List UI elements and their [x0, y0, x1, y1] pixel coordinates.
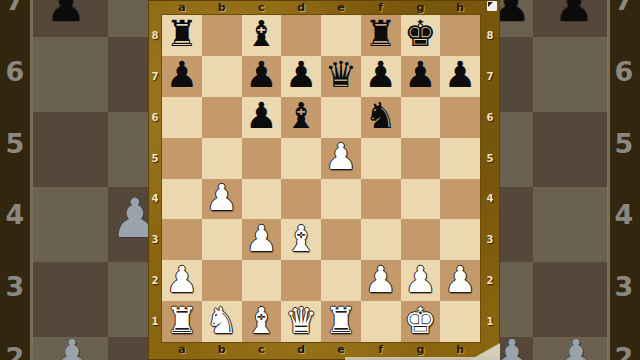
square-c8[interactable]: ♝	[242, 15, 282, 56]
square-b3[interactable]	[202, 219, 242, 260]
rank-labels-left: 87654321	[148, 15, 162, 342]
video-frame: 776655443322♟♟♟♟♟♟♟ abcdefgh abcdefgh 87…	[0, 0, 640, 360]
black-pawn-c6[interactable]: ♟	[245, 98, 277, 134]
square-h7[interactable]: ♟	[440, 56, 480, 97]
square-d2[interactable]	[281, 260, 321, 301]
square-d5[interactable]	[281, 138, 321, 179]
square-a1[interactable]: ♜	[162, 301, 202, 342]
bg-gray-pawn-bottom-left-icon: ♟	[52, 334, 91, 360]
square-c1[interactable]: ♝	[242, 301, 282, 342]
background-rank-right-7: 7	[615, 0, 634, 16]
square-e4[interactable]	[321, 179, 361, 220]
file-label-bottom-f: f	[361, 342, 401, 358]
black-king-g8[interactable]: ♚	[404, 16, 436, 52]
file-label-top-d: d	[281, 0, 321, 15]
square-g8[interactable]: ♚	[401, 15, 441, 56]
square-h6[interactable]	[440, 97, 480, 138]
white-queen-d1[interactable]: ♛	[285, 303, 317, 339]
black-rook-f8[interactable]: ♜	[364, 16, 396, 52]
rank-label-right-8: 8	[480, 15, 500, 56]
file-label-bottom-g: g	[401, 342, 441, 358]
square-f1[interactable]	[361, 301, 401, 342]
rank-label-right-3: 3	[480, 219, 500, 260]
square-g1[interactable]: ♚	[401, 301, 441, 342]
file-label-bottom-d: d	[281, 342, 321, 358]
square-c4[interactable]	[242, 179, 282, 220]
square-b6[interactable]	[202, 97, 242, 138]
background-rank-right-5: 5	[615, 128, 634, 159]
square-a3[interactable]	[162, 219, 202, 260]
background-left-border	[0, 0, 30, 360]
white-pawn-h2[interactable]: ♟	[444, 262, 476, 298]
white-king-g1[interactable]: ♚	[404, 303, 436, 339]
background-square	[33, 187, 108, 262]
square-c3[interactable]: ♟	[242, 219, 282, 260]
white-knight-b1[interactable]: ♞	[205, 303, 237, 339]
black-queen-e7[interactable]: ♛	[325, 57, 357, 93]
background-square	[533, 37, 608, 112]
rank-label-right-4: 4	[480, 179, 500, 220]
file-label-top-b: b	[202, 0, 242, 15]
square-b4[interactable]: ♟	[202, 179, 242, 220]
file-label-top-h: h	[440, 0, 480, 15]
square-g6[interactable]	[401, 97, 441, 138]
rank-labels-right: 87654321	[480, 15, 500, 342]
resize-corner-icon[interactable]	[487, 1, 497, 11]
black-bishop-d6[interactable]: ♝	[285, 98, 317, 134]
rank-label-left-2: 2	[148, 260, 162, 301]
square-c6[interactable]: ♟	[242, 97, 282, 138]
square-h1[interactable]	[440, 301, 480, 342]
square-a4[interactable]	[162, 179, 202, 220]
square-b5[interactable]	[202, 138, 242, 179]
square-d6[interactable]: ♝	[281, 97, 321, 138]
background-rank-left-5: 5	[6, 128, 25, 159]
background-square	[33, 37, 108, 112]
square-g4[interactable]	[401, 179, 441, 220]
file-label-bottom-b: b	[202, 342, 242, 358]
white-pawn-g2[interactable]: ♟	[404, 262, 436, 298]
white-pawn-f2[interactable]: ♟	[364, 262, 396, 298]
file-label-bottom-a: a	[162, 342, 202, 358]
square-c5[interactable]	[242, 138, 282, 179]
square-e8[interactable]	[321, 15, 361, 56]
square-d1[interactable]: ♛	[281, 301, 321, 342]
background-square	[533, 112, 608, 187]
black-pawn-g7[interactable]: ♟	[404, 57, 436, 93]
bg-gray-pawn-bottom-right-2-icon: ♟	[556, 334, 595, 360]
rank-label-right-5: 5	[480, 138, 500, 179]
square-h3[interactable]	[440, 219, 480, 260]
rank-label-left-3: 3	[148, 219, 162, 260]
rank-label-left-6: 6	[148, 97, 162, 138]
square-g3[interactable]	[401, 219, 441, 260]
square-c7[interactable]: ♟	[242, 56, 282, 97]
black-pawn-c7[interactable]: ♟	[245, 57, 277, 93]
background-board-edge-right	[607, 0, 610, 360]
square-a2[interactable]: ♟	[162, 260, 202, 301]
black-bishop-c8[interactable]: ♝	[245, 16, 277, 52]
rank-label-left-1: 1	[148, 301, 162, 342]
black-rook-a8[interactable]: ♜	[166, 16, 198, 52]
black-pawn-h7[interactable]: ♟	[444, 57, 476, 93]
black-pawn-d7[interactable]: ♟	[285, 57, 317, 93]
white-bishop-c1[interactable]: ♝	[245, 303, 277, 339]
background-rank-left-3: 3	[6, 271, 25, 302]
rank-label-right-6: 6	[480, 97, 500, 138]
background-rank-right-6: 6	[615, 56, 634, 87]
background-square	[533, 262, 608, 337]
rank-label-right-2: 2	[480, 260, 500, 301]
square-e1[interactable]: ♜	[321, 301, 361, 342]
square-a7[interactable]: ♟	[162, 56, 202, 97]
square-d8[interactable]	[281, 15, 321, 56]
square-h8[interactable]	[440, 15, 480, 56]
rank-label-left-8: 8	[148, 15, 162, 56]
background-square	[533, 187, 608, 262]
white-pawn-b4[interactable]: ♟	[205, 180, 237, 216]
white-pawn-a2[interactable]: ♟	[166, 262, 198, 298]
square-g5[interactable]	[401, 138, 441, 179]
square-h4[interactable]	[440, 179, 480, 220]
white-bishop-d3[interactable]: ♝	[285, 221, 317, 257]
background-rank-left-2: 2	[6, 342, 25, 360]
background-board-edge-left	[30, 0, 33, 360]
square-g7[interactable]: ♟	[401, 56, 441, 97]
rank-label-left-5: 5	[148, 138, 162, 179]
rank-label-left-7: 7	[148, 56, 162, 97]
black-pawn-a7[interactable]: ♟	[166, 57, 198, 93]
square-e2[interactable]	[321, 260, 361, 301]
square-d7[interactable]: ♟	[281, 56, 321, 97]
background-right-border	[610, 0, 640, 360]
square-c2[interactable]	[242, 260, 282, 301]
file-label-top-e: e	[321, 0, 361, 15]
background-rank-right-2: 2	[615, 342, 634, 360]
square-b2[interactable]	[202, 260, 242, 301]
rank-label-left-4: 4	[148, 179, 162, 220]
square-a5[interactable]	[162, 138, 202, 179]
black-knight-f6[interactable]: ♞	[364, 98, 396, 134]
square-a8[interactable]: ♜	[162, 15, 202, 56]
board-grid: ♜♝♜♚♟♟♟♛♟♟♟♟♝♞♟♟♟♝♟♟♟♟♜♞♝♛♜♚	[162, 15, 480, 342]
square-d3[interactable]: ♝	[281, 219, 321, 260]
square-a6[interactable]	[162, 97, 202, 138]
background-rank-right-3: 3	[615, 271, 634, 302]
square-e6[interactable]	[321, 97, 361, 138]
square-e3[interactable]	[321, 219, 361, 260]
square-f5[interactable]	[361, 138, 401, 179]
square-f4[interactable]	[361, 179, 401, 220]
square-d4[interactable]	[281, 179, 321, 220]
square-b8[interactable]	[202, 15, 242, 56]
bg-black-pawn-top-left-icon: ♟	[46, 0, 85, 28]
square-e7[interactable]: ♛	[321, 56, 361, 97]
square-f3[interactable]	[361, 219, 401, 260]
square-f2[interactable]: ♟	[361, 260, 401, 301]
rank-label-right-1: 1	[480, 301, 500, 342]
background-rank-left-7: 7	[6, 0, 25, 16]
file-label-bottom-e: e	[321, 342, 361, 358]
square-h2[interactable]: ♟	[440, 260, 480, 301]
background-square	[33, 262, 108, 337]
background-square	[33, 112, 108, 187]
black-pawn-f7[interactable]: ♟	[364, 57, 396, 93]
square-g2[interactable]: ♟	[401, 260, 441, 301]
square-e5[interactable]: ♟	[321, 138, 361, 179]
white-pawn-c3[interactable]: ♟	[245, 221, 277, 257]
square-f6[interactable]: ♞	[361, 97, 401, 138]
square-b7[interactable]	[202, 56, 242, 97]
square-f8[interactable]: ♜	[361, 15, 401, 56]
white-rook-a1[interactable]: ♜	[166, 303, 198, 339]
rank-label-right-7: 7	[480, 56, 500, 97]
background-rank-right-4: 4	[615, 199, 634, 230]
bg-black-pawn-top-right-2-icon: ♟	[554, 0, 593, 28]
white-rook-e1[interactable]: ♜	[325, 303, 357, 339]
square-b1[interactable]: ♞	[202, 301, 242, 342]
background-rank-left-4: 4	[6, 199, 25, 230]
background-rank-left-6: 6	[6, 56, 25, 87]
square-h5[interactable]	[440, 138, 480, 179]
file-labels-bottom: abcdefgh	[162, 342, 480, 358]
white-pawn-e5[interactable]: ♟	[325, 139, 357, 175]
square-f7[interactable]: ♟	[361, 56, 401, 97]
file-label-bottom-c: c	[242, 342, 282, 358]
chessboard-frame: abcdefgh abcdefgh 87654321 87654321 ♜♝♜♚…	[148, 0, 500, 360]
